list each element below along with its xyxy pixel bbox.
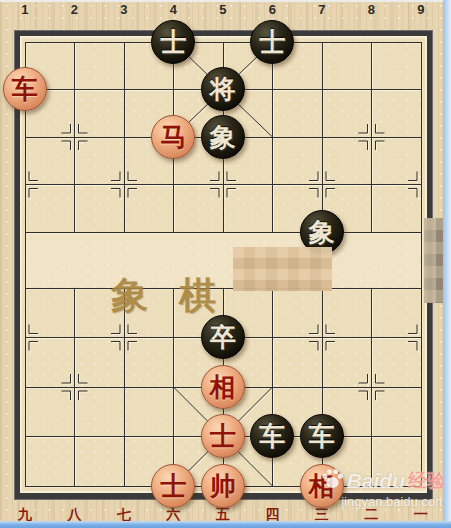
piece-red-advisor[interactable]: 士 [151, 464, 195, 508]
piece-black-chariot[interactable]: 车 [300, 414, 344, 458]
window-edge-bottom [0, 521, 451, 528]
file-label-top: 7 [297, 2, 347, 18]
board-bottom-half: 卒相士车车士帅相 [0, 263, 446, 511]
piece-black-advisor[interactable]: 士 [151, 20, 195, 64]
censored-mosaic-river [233, 247, 332, 291]
file-label-top: 4 [149, 2, 199, 18]
piece-black-soldier[interactable]: 卒 [201, 315, 245, 359]
piece-red-chariot[interactable]: 车 [3, 67, 47, 111]
file-label-top: 9 [396, 2, 446, 18]
window-edge-right [443, 0, 451, 528]
piece-black-chariot[interactable]: 车 [250, 414, 294, 458]
top-coordinate-labels: 123456789 [0, 2, 446, 18]
board-top-half: 士士车将马象象 [0, 18, 446, 256]
piece-black-elephant[interactable]: 象 [201, 115, 245, 159]
xiangqi-app-window: 123456789 象棋 士士车将马象象 卒相士车车士帅相 九八七六五四三二一 [0, 0, 451, 528]
file-label-top: 2 [50, 2, 100, 18]
piece-black-advisor[interactable]: 士 [250, 20, 294, 64]
piece-red-general[interactable]: 帅 [201, 464, 245, 508]
window-edge-top [0, 0, 451, 2]
piece-black-general[interactable]: 将 [201, 67, 245, 111]
piece-red-elephant[interactable]: 相 [300, 464, 344, 508]
file-label-top: 1 [0, 2, 50, 18]
piece-red-horse[interactable]: 马 [151, 115, 195, 159]
piece-red-advisor[interactable]: 士 [201, 414, 245, 458]
file-label-top: 8 [347, 2, 397, 18]
file-label-top: 3 [99, 2, 149, 18]
file-label-top: 5 [198, 2, 248, 18]
file-label-top: 6 [248, 2, 298, 18]
piece-red-elephant[interactable]: 相 [201, 365, 245, 409]
